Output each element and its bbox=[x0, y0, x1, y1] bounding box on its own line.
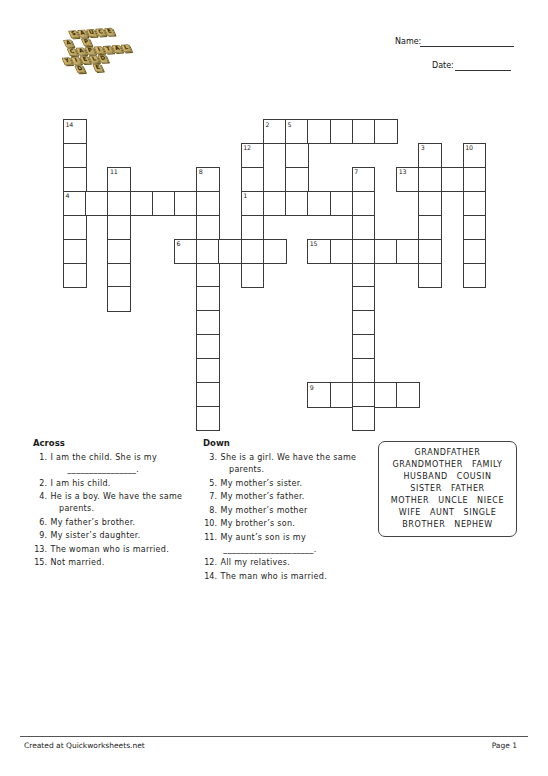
grid-cell-0-6[interactable] bbox=[63, 263, 87, 288]
grid-cell-0-0[interactable]: 14 bbox=[63, 119, 87, 144]
grid-cell-2-7[interactable] bbox=[107, 286, 131, 311]
grid-cell-14-0[interactable] bbox=[374, 119, 398, 144]
word-bank-word: FAMILY bbox=[472, 459, 502, 471]
down-clue-7: 7.My mother’s father. bbox=[203, 491, 375, 503]
clue-number-label: 5. bbox=[203, 478, 217, 490]
clue-number-3: 3 bbox=[421, 144, 425, 151]
clue-number-label: 10. bbox=[203, 518, 217, 530]
grid-cell-5-5[interactable]: 6 bbox=[174, 239, 198, 264]
across-clue-list: 1.I am the child. She is my ____________… bbox=[33, 452, 198, 569]
clue-number-label: 4. bbox=[33, 491, 47, 515]
clue-text: My sister’s daughter. bbox=[51, 530, 141, 542]
across-title: Across bbox=[33, 438, 198, 448]
word-bank-line: HUSBANDCOUSIN bbox=[379, 471, 516, 483]
grid-cell-18-6[interactable] bbox=[463, 263, 487, 288]
clue-number-11: 11 bbox=[110, 168, 118, 175]
clue-number-8: 8 bbox=[199, 168, 203, 175]
grid-cell-13-4[interactable] bbox=[352, 215, 376, 240]
grid-cell-14-5[interactable] bbox=[374, 239, 398, 264]
grid-cell-11-11[interactable]: 9 bbox=[307, 382, 331, 407]
grid-cell-12-0[interactable] bbox=[330, 119, 354, 144]
across-clue-6: 6.My father’s brother. bbox=[33, 517, 198, 529]
clue-number-13: 13 bbox=[399, 168, 407, 175]
grid-cell-8-6[interactable] bbox=[241, 263, 265, 288]
grid-cell-13-6[interactable] bbox=[352, 263, 376, 288]
logo-tile-E: E bbox=[92, 64, 104, 72]
word-bank-line: GRANDFATHER bbox=[379, 447, 516, 459]
grid-cell-6-12[interactable] bbox=[196, 406, 220, 431]
grid-cell-9-3[interactable] bbox=[263, 191, 287, 216]
clue-text: My brother’s son. bbox=[221, 518, 296, 530]
grid-cell-16-4[interactable] bbox=[418, 215, 442, 240]
grid-cell-13-12[interactable] bbox=[352, 406, 376, 431]
across-clue-2: 2.I am his child. bbox=[33, 478, 198, 490]
grid-cell-16-6[interactable] bbox=[418, 263, 442, 288]
grid-cell-0-4[interactable] bbox=[63, 215, 87, 240]
clue-text: She is a girl. We have the same parents. bbox=[221, 452, 357, 476]
grid-cell-18-1[interactable]: 10 bbox=[463, 143, 487, 168]
footer-divider bbox=[20, 736, 528, 737]
across-clue-1: 1.I am the child. She is my ____________… bbox=[33, 452, 198, 476]
clue-text: I am his child. bbox=[51, 478, 111, 490]
word-bank-line: WIFEAUNTSINGLE bbox=[379, 507, 516, 519]
grid-cell-13-0[interactable] bbox=[352, 119, 376, 144]
worksheet-page: SAUCEAPCAPITALYIELDDE Name: Date: 142512… bbox=[0, 0, 548, 776]
grid-cell-8-5[interactable] bbox=[241, 239, 265, 264]
grid-cell-0-3[interactable]: 4 bbox=[63, 191, 87, 216]
grid-cell-16-3[interactable] bbox=[418, 191, 442, 216]
down-clue-8: 8.My mother’s mother bbox=[203, 505, 375, 517]
grid-cell-10-0[interactable]: 5 bbox=[285, 119, 309, 144]
footer-credit: Created at Quickworksheets.net bbox=[24, 741, 145, 750]
word-bank-word: HUSBAND bbox=[403, 471, 447, 483]
clue-number-label: 3. bbox=[203, 452, 217, 476]
grid-cell-8-1[interactable]: 12 bbox=[241, 143, 265, 168]
grid-cell-4-3[interactable] bbox=[152, 191, 176, 216]
date-label: Date: bbox=[432, 61, 454, 70]
word-bank-word: MOTHER bbox=[391, 495, 429, 507]
grid-cell-8-4[interactable] bbox=[241, 215, 265, 240]
clue-text: All my relatives. bbox=[221, 557, 291, 569]
clue-number-label: 6. bbox=[33, 517, 47, 529]
grid-cell-10-3[interactable] bbox=[285, 191, 309, 216]
grid-cell-9-0[interactable]: 2 bbox=[263, 119, 287, 144]
down-clue-5: 5.My mother’s sister. bbox=[203, 478, 375, 490]
grid-cell-5-3[interactable] bbox=[174, 191, 198, 216]
word-bank-word: SINGLE bbox=[464, 507, 497, 519]
grid-cell-12-5[interactable] bbox=[330, 239, 354, 264]
grid-cell-6-8[interactable] bbox=[196, 310, 220, 335]
down-clue-11: 11.My aunt’s son is my _________________… bbox=[203, 532, 375, 556]
clue-number-5: 5 bbox=[288, 121, 292, 128]
grid-cell-2-4[interactable] bbox=[107, 215, 131, 240]
grid-cell-6-4[interactable] bbox=[196, 215, 220, 240]
grid-cell-9-5[interactable] bbox=[263, 239, 287, 264]
clue-text: I am the child. She is my ______________… bbox=[51, 452, 157, 476]
down-clue-14: 14.The man who is married. bbox=[203, 571, 375, 583]
grid-cell-6-5[interactable] bbox=[196, 239, 220, 264]
word-bank-word: GRANDFATHER bbox=[415, 447, 481, 459]
grid-cell-0-1[interactable] bbox=[63, 143, 87, 168]
clue-text: My aunt’s son is my ____________________… bbox=[221, 532, 317, 556]
word-bank-word: AUNT bbox=[430, 507, 455, 519]
down-title: Down bbox=[203, 438, 375, 448]
grid-cell-6-3[interactable] bbox=[196, 191, 220, 216]
grid-cell-6-9[interactable] bbox=[196, 334, 220, 359]
clue-text: The woman who is married. bbox=[51, 544, 170, 556]
down-clue-12: 12.All my relatives. bbox=[203, 557, 375, 569]
grid-cell-2-3[interactable] bbox=[107, 191, 131, 216]
grid-cell-17-2[interactable] bbox=[441, 167, 465, 192]
clue-number-6: 6 bbox=[177, 240, 181, 247]
across-clue-13: 13.The woman who is married. bbox=[33, 544, 198, 556]
word-bank-line: MOTHERUNCLENIECE bbox=[379, 495, 516, 507]
clue-number-label: 13. bbox=[33, 544, 47, 556]
grid-cell-12-11[interactable] bbox=[330, 382, 354, 407]
word-bank-word: FATHER bbox=[451, 483, 485, 495]
grid-cell-13-7[interactable] bbox=[352, 286, 376, 311]
grid-cell-18-2[interactable] bbox=[463, 167, 487, 192]
clue-number-12: 12 bbox=[243, 144, 251, 151]
crossword-grid: 142512310118713416159 bbox=[63, 119, 487, 432]
clue-number-7: 7 bbox=[354, 168, 358, 175]
grid-cell-6-10[interactable] bbox=[196, 358, 220, 383]
grid-cell-2-2[interactable]: 11 bbox=[107, 167, 131, 192]
grid-cell-13-9[interactable] bbox=[352, 334, 376, 359]
grid-cell-18-4[interactable] bbox=[463, 215, 487, 240]
clue-number-2: 2 bbox=[265, 121, 269, 128]
grid-cell-2-6[interactable] bbox=[107, 263, 131, 288]
clue-number-4: 4 bbox=[66, 192, 70, 199]
grid-cell-15-11[interactable] bbox=[396, 382, 420, 407]
word-bank: GRANDFATHERGRANDMOTHERFAMILYHUSBANDCOUSI… bbox=[378, 441, 517, 537]
grid-cell-7-5[interactable] bbox=[218, 239, 242, 264]
clue-text: My father’s brother. bbox=[51, 517, 136, 529]
grid-cell-15-5[interactable] bbox=[396, 239, 420, 264]
grid-cell-14-11[interactable] bbox=[374, 382, 398, 407]
grid-cell-16-5[interactable] bbox=[418, 239, 442, 264]
name-label: Name: bbox=[395, 37, 421, 46]
word-bank-word: BROTHER bbox=[402, 519, 445, 531]
clue-number-9: 9 bbox=[310, 384, 314, 391]
down-clues-section: Down 3.She is a girl. We have the same p… bbox=[203, 438, 375, 584]
clue-number-label: 9. bbox=[33, 530, 47, 542]
grid-cell-6-7[interactable] bbox=[196, 286, 220, 311]
word-bank-word: NEPHEW bbox=[454, 519, 492, 531]
clue-text: My mother’s father. bbox=[221, 491, 305, 503]
grid-cell-10-1[interactable] bbox=[285, 143, 309, 168]
word-bank-word: COUSIN bbox=[457, 471, 492, 483]
logo-tile-D: D bbox=[74, 65, 86, 73]
word-bank-word: UNCLE bbox=[438, 495, 468, 507]
clue-number-14: 14 bbox=[66, 121, 74, 128]
grid-cell-8-2[interactable] bbox=[241, 167, 265, 192]
across-clue-9: 9.My sister’s daughter. bbox=[33, 530, 198, 542]
word-bank-word: NIECE bbox=[477, 495, 504, 507]
clue-number-label: 7. bbox=[203, 491, 217, 503]
down-clue-list: 3.She is a girl. We have the same parent… bbox=[203, 452, 375, 583]
grid-cell-6-6[interactable] bbox=[196, 263, 220, 288]
clue-number-label: 15. bbox=[33, 557, 47, 569]
grid-cell-11-5[interactable]: 15 bbox=[307, 239, 331, 264]
across-clue-4: 4.He is a boy. We have the same parents. bbox=[33, 491, 198, 515]
clue-text: He is a boy. We have the same parents. bbox=[51, 491, 183, 515]
footer-page-number: Page 1 bbox=[492, 741, 517, 750]
word-bank-word: GRANDMOTHER bbox=[393, 459, 463, 471]
down-clue-10: 10.My brother’s son. bbox=[203, 518, 375, 530]
grid-cell-1-3[interactable] bbox=[85, 191, 109, 216]
clue-text: The man who is married. bbox=[221, 571, 328, 583]
grid-cell-3-3[interactable] bbox=[130, 191, 154, 216]
down-clue-3: 3.She is a girl. We have the same parent… bbox=[203, 452, 375, 476]
clue-text: My mother’s mother bbox=[221, 505, 308, 517]
grid-cell-11-3[interactable] bbox=[307, 191, 331, 216]
grid-cell-13-11[interactable] bbox=[352, 382, 376, 407]
grid-cell-16-1[interactable]: 3 bbox=[418, 143, 442, 168]
grid-cell-13-10[interactable] bbox=[352, 358, 376, 383]
logo-tile-P: P bbox=[81, 38, 93, 46]
logo-tile-grid: SAUCEAPCAPITALYIELDDE bbox=[50, 27, 141, 75]
clue-number-label: 12. bbox=[203, 557, 217, 569]
across-clue-15: 15.Not married. bbox=[33, 557, 198, 569]
clue-number-label: 8. bbox=[203, 505, 217, 517]
grid-cell-2-5[interactable] bbox=[107, 239, 131, 264]
grid-cell-6-11[interactable] bbox=[196, 382, 220, 407]
name-input-line[interactable] bbox=[420, 37, 514, 47]
grid-cell-13-3[interactable] bbox=[352, 191, 376, 216]
grid-cell-18-5[interactable] bbox=[463, 239, 487, 264]
word-bank-line: GRANDMOTHERFAMILY bbox=[379, 459, 516, 471]
grid-cell-12-3[interactable] bbox=[330, 191, 354, 216]
grid-cell-16-2[interactable] bbox=[418, 167, 442, 192]
clue-number-label: 1. bbox=[33, 452, 47, 476]
word-bank-word: WIFE bbox=[399, 507, 421, 519]
grid-cell-8-3[interactable]: 1 bbox=[241, 191, 265, 216]
clue-text: Not married. bbox=[51, 557, 105, 569]
grid-cell-11-0[interactable] bbox=[307, 119, 331, 144]
clue-number-label: 2. bbox=[33, 478, 47, 490]
grid-cell-13-2[interactable]: 7 bbox=[352, 167, 376, 192]
logo-tile-A: A bbox=[63, 39, 75, 47]
crossword-tiles-logo: SAUCEAPCAPITALYIELDDE bbox=[42, 28, 157, 100]
date-input-line[interactable] bbox=[455, 61, 511, 71]
word-bank-line: BROTHERNEPHEW bbox=[379, 519, 516, 531]
grid-cell-13-5[interactable] bbox=[352, 239, 376, 264]
word-bank-word: SISTER bbox=[410, 483, 442, 495]
grid-cell-10-2[interactable] bbox=[285, 167, 309, 192]
grid-cell-13-8[interactable] bbox=[352, 310, 376, 335]
grid-cell-15-2[interactable]: 13 bbox=[396, 167, 420, 192]
clue-number-label: 11. bbox=[203, 532, 217, 556]
clue-number-10: 10 bbox=[465, 144, 473, 151]
across-clues-section: Across 1.I am the child. She is my _____… bbox=[33, 438, 198, 571]
grid-cell-18-3[interactable] bbox=[463, 191, 487, 216]
clue-text: My mother’s sister. bbox=[221, 478, 303, 490]
grid-cell-0-2[interactable] bbox=[63, 167, 87, 192]
grid-cell-0-5[interactable] bbox=[63, 239, 87, 264]
clue-number-1: 1 bbox=[243, 192, 247, 199]
clue-number-label: 14. bbox=[203, 571, 217, 583]
word-bank-line: SISTERFATHER bbox=[379, 483, 516, 495]
grid-cell-6-2[interactable]: 8 bbox=[196, 167, 220, 192]
clue-number-15: 15 bbox=[310, 240, 318, 247]
